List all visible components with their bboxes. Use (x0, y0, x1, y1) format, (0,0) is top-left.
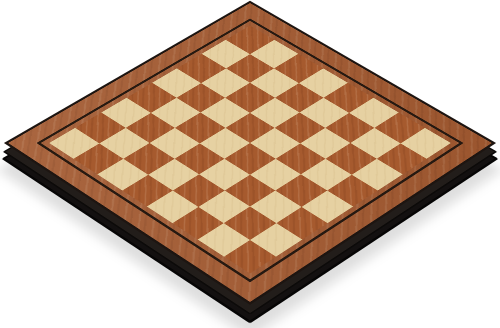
photo-canvas (0, 0, 500, 328)
chess-board (4, 1, 496, 305)
